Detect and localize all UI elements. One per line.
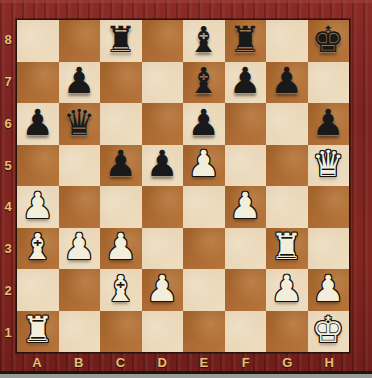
- square-h8[interactable]: ♚: [308, 20, 350, 62]
- square-b3[interactable]: ♟: [59, 228, 101, 270]
- square-h3[interactable]: [308, 228, 350, 270]
- piece-black-rook-f8[interactable]: ♜: [229, 22, 261, 58]
- square-e7[interactable]: ♝: [183, 62, 225, 104]
- piece-black-king-h8[interactable]: ♚: [312, 22, 344, 58]
- square-c3[interactable]: ♟: [100, 228, 142, 270]
- square-b6[interactable]: ♛: [59, 103, 101, 145]
- square-h4[interactable]: [308, 186, 350, 228]
- square-h2[interactable]: ♟: [308, 269, 350, 311]
- square-b8[interactable]: [59, 20, 101, 62]
- square-e8[interactable]: ♝: [183, 20, 225, 62]
- square-h5[interactable]: ♛: [308, 145, 350, 187]
- frame-top-highlight: [0, 0, 372, 3]
- square-g5[interactable]: [266, 145, 308, 187]
- square-a4[interactable]: ♟: [17, 186, 59, 228]
- square-b2[interactable]: [59, 269, 101, 311]
- piece-white-pawn-d2[interactable]: ♟: [146, 271, 178, 307]
- piece-black-pawn-e6[interactable]: ♟: [188, 105, 220, 141]
- square-a6[interactable]: ♟: [17, 103, 59, 145]
- square-b5[interactable]: [59, 145, 101, 187]
- rank-label-8: 8: [0, 19, 16, 61]
- square-d6[interactable]: [142, 103, 184, 145]
- piece-white-pawn-f4[interactable]: ♟: [229, 188, 261, 224]
- piece-black-pawn-h6[interactable]: ♟: [312, 105, 344, 141]
- piece-black-bishop-e7[interactable]: ♝: [188, 63, 220, 99]
- square-a1[interactable]: ♜: [17, 311, 59, 353]
- square-c1[interactable]: [100, 311, 142, 353]
- piece-white-king-h1[interactable]: ♚: [312, 312, 344, 348]
- piece-black-pawn-d5[interactable]: ♟: [146, 146, 178, 182]
- rank-label-2: 2: [0, 270, 16, 312]
- rank-label-1: 1: [0, 311, 16, 353]
- file-label-A: A: [16, 354, 58, 371]
- square-c5[interactable]: ♟: [100, 145, 142, 187]
- square-d5[interactable]: ♟: [142, 145, 184, 187]
- piece-white-queen-h5[interactable]: ♛: [312, 146, 344, 182]
- piece-black-pawn-a6[interactable]: ♟: [22, 105, 54, 141]
- piece-white-rook-a1[interactable]: ♜: [22, 312, 54, 348]
- square-c8[interactable]: ♜: [100, 20, 142, 62]
- bottom-edge-grey: [0, 374, 372, 378]
- square-g8[interactable]: [266, 20, 308, 62]
- square-g6[interactable]: [266, 103, 308, 145]
- square-d3[interactable]: [142, 228, 184, 270]
- rank-label-6: 6: [0, 103, 16, 145]
- square-g3[interactable]: ♜: [266, 228, 308, 270]
- piece-white-pawn-e5[interactable]: ♟: [188, 146, 220, 182]
- square-e3[interactable]: [183, 228, 225, 270]
- square-f1[interactable]: [225, 311, 267, 353]
- chess-board-widget: 87654321 ABCDEFGH ♜♝♜♚♟♝♟♟♟♛♟♟♟♟♟♛♟♟♝♟♟♜…: [0, 0, 372, 378]
- piece-white-pawn-g2[interactable]: ♟: [271, 271, 303, 307]
- chess-board: ♜♝♜♚♟♝♟♟♟♛♟♟♟♟♟♛♟♟♝♟♟♜♝♟♟♟♜♚: [16, 19, 350, 353]
- square-c6[interactable]: [100, 103, 142, 145]
- square-g4[interactable]: [266, 186, 308, 228]
- rank-labels: 87654321: [0, 19, 16, 353]
- square-g7[interactable]: ♟: [266, 62, 308, 104]
- file-label-G: G: [267, 354, 309, 371]
- piece-black-pawn-f7[interactable]: ♟: [229, 63, 261, 99]
- file-label-H: H: [308, 354, 350, 371]
- square-c7[interactable]: [100, 62, 142, 104]
- square-e5[interactable]: ♟: [183, 145, 225, 187]
- square-d4[interactable]: [142, 186, 184, 228]
- square-f6[interactable]: [225, 103, 267, 145]
- file-label-C: C: [100, 354, 142, 371]
- square-f2[interactable]: [225, 269, 267, 311]
- piece-black-pawn-b7[interactable]: ♟: [63, 63, 95, 99]
- square-a3[interactable]: ♝: [17, 228, 59, 270]
- square-a2[interactable]: [17, 269, 59, 311]
- square-a8[interactable]: [17, 20, 59, 62]
- piece-black-pawn-g7[interactable]: ♟: [271, 63, 303, 99]
- file-label-B: B: [58, 354, 100, 371]
- piece-white-bishop-c2[interactable]: ♝: [105, 271, 137, 307]
- square-g2[interactable]: ♟: [266, 269, 308, 311]
- square-e1[interactable]: [183, 311, 225, 353]
- file-label-D: D: [141, 354, 183, 371]
- file-label-F: F: [225, 354, 267, 371]
- rank-label-3: 3: [0, 228, 16, 270]
- square-d7[interactable]: [142, 62, 184, 104]
- square-d8[interactable]: [142, 20, 184, 62]
- piece-white-pawn-b3[interactable]: ♟: [63, 229, 95, 265]
- square-b1[interactable]: [59, 311, 101, 353]
- piece-black-queen-b6[interactable]: ♛: [63, 105, 95, 141]
- square-e4[interactable]: [183, 186, 225, 228]
- piece-white-pawn-a4[interactable]: ♟: [22, 188, 54, 224]
- square-h7[interactable]: [308, 62, 350, 104]
- square-d2[interactable]: ♟: [142, 269, 184, 311]
- rank-label-4: 4: [0, 186, 16, 228]
- square-f7[interactable]: ♟: [225, 62, 267, 104]
- square-a5[interactable]: [17, 145, 59, 187]
- square-f8[interactable]: ♜: [225, 20, 267, 62]
- piece-white-pawn-c3[interactable]: ♟: [105, 229, 137, 265]
- square-c2[interactable]: ♝: [100, 269, 142, 311]
- square-b7[interactable]: ♟: [59, 62, 101, 104]
- square-h1[interactable]: ♚: [308, 311, 350, 353]
- file-labels: ABCDEFGH: [16, 354, 350, 371]
- square-d1[interactable]: [142, 311, 184, 353]
- square-e6[interactable]: ♟: [183, 103, 225, 145]
- square-f3[interactable]: [225, 228, 267, 270]
- piece-black-rook-c8[interactable]: ♜: [105, 22, 137, 58]
- square-a7[interactable]: [17, 62, 59, 104]
- piece-white-pawn-h2[interactable]: ♟: [312, 271, 344, 307]
- square-f4[interactable]: ♟: [225, 186, 267, 228]
- piece-black-bishop-e8[interactable]: ♝: [188, 22, 220, 58]
- square-e2[interactable]: [183, 269, 225, 311]
- square-b4[interactable]: [59, 186, 101, 228]
- rank-label-5: 5: [0, 144, 16, 186]
- rank-label-7: 7: [0, 61, 16, 103]
- square-c4[interactable]: [100, 186, 142, 228]
- piece-white-rook-g3[interactable]: ♜: [271, 229, 303, 265]
- square-f5[interactable]: [225, 145, 267, 187]
- square-h6[interactable]: ♟: [308, 103, 350, 145]
- piece-white-bishop-a3[interactable]: ♝: [22, 229, 54, 265]
- file-label-E: E: [183, 354, 225, 371]
- square-g1[interactable]: [266, 311, 308, 353]
- piece-black-pawn-c5[interactable]: ♟: [105, 146, 137, 182]
